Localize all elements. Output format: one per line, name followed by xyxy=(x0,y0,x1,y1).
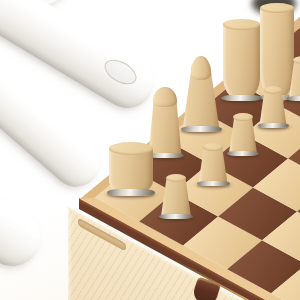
white-pawn-c2[interactable] xyxy=(227,112,259,156)
piece-top xyxy=(109,142,153,155)
pieces-layer xyxy=(0,0,300,300)
piece-body xyxy=(289,59,300,99)
white-pawn-d2[interactable] xyxy=(258,85,289,128)
piece-base-ring xyxy=(181,126,222,132)
white-pawn-e2[interactable] xyxy=(287,55,300,101)
piece-base-ring xyxy=(107,189,155,196)
product-photo-scene xyxy=(0,0,300,300)
piece-body xyxy=(161,177,191,217)
piece-dome-top xyxy=(191,56,212,80)
piece-base-ring xyxy=(227,151,259,156)
piece-base-ring xyxy=(287,96,300,101)
white-bishop-c1[interactable] xyxy=(181,56,222,132)
piece-body xyxy=(109,149,153,195)
piece-base-ring xyxy=(159,214,193,219)
piece-body xyxy=(199,146,228,184)
piece-top xyxy=(260,3,294,13)
piece-base-ring xyxy=(197,181,230,186)
white-pawn-a2[interactable] xyxy=(159,173,193,219)
piece-top xyxy=(166,174,187,182)
piece-top xyxy=(203,143,223,151)
piece-body xyxy=(223,25,260,100)
piece-top xyxy=(233,113,252,121)
white-rook-a1[interactable] xyxy=(107,142,155,196)
piece-body xyxy=(229,116,257,154)
piece-base-ring xyxy=(258,123,289,128)
white-pawn-b2[interactable] xyxy=(197,142,230,186)
piece-top xyxy=(223,19,260,30)
piece-dome-top xyxy=(153,87,177,107)
piece-base-ring xyxy=(221,95,262,101)
white-queen-d1[interactable] xyxy=(221,19,262,101)
piece-body xyxy=(260,89,287,126)
